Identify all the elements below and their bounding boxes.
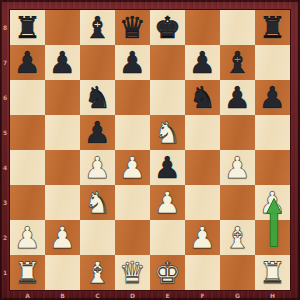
file-label-g: G (220, 290, 255, 300)
white-queen[interactable]: ♛ (115, 255, 150, 290)
rank-label-8: 8 (0, 10, 10, 45)
square-g5[interactable] (220, 115, 255, 150)
square-e2[interactable] (150, 220, 185, 255)
rank-label-1: 1 (0, 255, 10, 290)
black-rook[interactable]: ♜ (10, 10, 45, 45)
square-e5[interactable]: ♞ (150, 115, 185, 150)
white-knight[interactable]: ♞ (80, 185, 115, 220)
square-h4[interactable] (255, 150, 290, 185)
square-f6[interactable]: ♞ (185, 80, 220, 115)
square-e4[interactable]: ♟ (150, 150, 185, 185)
square-d3[interactable] (115, 185, 150, 220)
square-a2[interactable]: ♟ (10, 220, 45, 255)
black-bishop[interactable]: ♝ (80, 10, 115, 45)
black-pawn[interactable]: ♟ (80, 115, 115, 150)
square-b7[interactable]: ♟ (45, 45, 80, 80)
square-d5[interactable] (115, 115, 150, 150)
square-e1[interactable]: ♚ (150, 255, 185, 290)
white-pawn[interactable]: ♟ (255, 185, 290, 220)
square-a1[interactable]: ♜ (10, 255, 45, 290)
square-a4[interactable] (10, 150, 45, 185)
chess-board: ♜♝♛♚♜♟♟♟♟♝♞♞♟♟♟♞♟♟♟♟♞♟♟♟♟♟♝♜♝♛♚♜ (10, 10, 290, 290)
square-a3[interactable] (10, 185, 45, 220)
square-a8[interactable]: ♜ (10, 10, 45, 45)
black-king[interactable]: ♚ (150, 10, 185, 45)
square-a7[interactable]: ♟ (10, 45, 45, 80)
white-pawn[interactable]: ♟ (185, 220, 220, 255)
square-h8[interactable]: ♜ (255, 10, 290, 45)
square-b2[interactable]: ♟ (45, 220, 80, 255)
square-c2[interactable] (80, 220, 115, 255)
black-knight[interactable]: ♞ (185, 80, 220, 115)
file-label-c: C (80, 290, 115, 300)
black-rook[interactable]: ♜ (255, 10, 290, 45)
square-b4[interactable] (45, 150, 80, 185)
square-f7[interactable]: ♟ (185, 45, 220, 80)
square-b3[interactable] (45, 185, 80, 220)
square-c8[interactable]: ♝ (80, 10, 115, 45)
white-pawn[interactable]: ♟ (115, 150, 150, 185)
square-h5[interactable] (255, 115, 290, 150)
square-c5[interactable]: ♟ (80, 115, 115, 150)
square-c6[interactable]: ♞ (80, 80, 115, 115)
black-pawn[interactable]: ♟ (150, 150, 185, 185)
black-pawn[interactable]: ♟ (115, 45, 150, 80)
rank-label-6: 6 (0, 80, 10, 115)
rank-label-3: 3 (0, 185, 10, 220)
white-rook[interactable]: ♜ (10, 255, 45, 290)
white-pawn[interactable]: ♟ (80, 150, 115, 185)
black-queen[interactable]: ♛ (115, 10, 150, 45)
square-f1[interactable] (185, 255, 220, 290)
square-f4[interactable] (185, 150, 220, 185)
square-c7[interactable] (80, 45, 115, 80)
square-g2[interactable]: ♝ (220, 220, 255, 255)
white-knight[interactable]: ♞ (150, 115, 185, 150)
square-g6[interactable]: ♟ (220, 80, 255, 115)
file-label-h: H (255, 290, 290, 300)
square-f5[interactable] (185, 115, 220, 150)
white-bishop[interactable]: ♝ (80, 255, 115, 290)
white-pawn[interactable]: ♟ (150, 185, 185, 220)
file-label-e: E (150, 290, 185, 300)
square-e3[interactable]: ♟ (150, 185, 185, 220)
black-pawn[interactable]: ♟ (10, 45, 45, 80)
square-f3[interactable] (185, 185, 220, 220)
white-bishop[interactable]: ♝ (220, 220, 255, 255)
black-pawn[interactable]: ♟ (45, 45, 80, 80)
square-g8[interactable] (220, 10, 255, 45)
square-b8[interactable] (45, 10, 80, 45)
square-h1[interactable]: ♜ (255, 255, 290, 290)
file-label-d: D (115, 290, 150, 300)
square-h2[interactable] (255, 220, 290, 255)
rank-label-5: 5 (0, 115, 10, 150)
square-b5[interactable] (45, 115, 80, 150)
square-e8[interactable]: ♚ (150, 10, 185, 45)
square-b6[interactable] (45, 80, 80, 115)
chess-diagram: ♜♝♛♚♜♟♟♟♟♝♞♞♟♟♟♞♟♟♟♟♞♟♟♟♟♟♝♜♝♛♚♜ 8765432… (0, 0, 300, 300)
square-g7[interactable]: ♝ (220, 45, 255, 80)
white-pawn[interactable]: ♟ (45, 220, 80, 255)
black-pawn[interactable]: ♟ (220, 80, 255, 115)
rank-label-7: 7 (0, 45, 10, 80)
file-label-b: B (45, 290, 80, 300)
white-rook[interactable]: ♜ (255, 255, 290, 290)
square-a6[interactable] (10, 80, 45, 115)
square-h7[interactable] (255, 45, 290, 80)
square-f2[interactable]: ♟ (185, 220, 220, 255)
square-d8[interactable]: ♛ (115, 10, 150, 45)
square-h3[interactable]: ♟ (255, 185, 290, 220)
square-g4[interactable]: ♟ (220, 150, 255, 185)
black-pawn[interactable]: ♟ (185, 45, 220, 80)
square-d1[interactable]: ♛ (115, 255, 150, 290)
square-f8[interactable] (185, 10, 220, 45)
square-g3[interactable] (220, 185, 255, 220)
square-a5[interactable] (10, 115, 45, 150)
square-c1[interactable]: ♝ (80, 255, 115, 290)
square-g1[interactable] (220, 255, 255, 290)
square-b1[interactable] (45, 255, 80, 290)
file-label-f: F (185, 290, 220, 300)
black-bishop[interactable]: ♝ (220, 45, 255, 80)
white-king[interactable]: ♚ (150, 255, 185, 290)
square-d4[interactable]: ♟ (115, 150, 150, 185)
square-c3[interactable]: ♞ (80, 185, 115, 220)
white-pawn[interactable]: ♟ (10, 220, 45, 255)
square-e6[interactable] (150, 80, 185, 115)
square-c4[interactable]: ♟ (80, 150, 115, 185)
black-knight[interactable]: ♞ (80, 80, 115, 115)
black-pawn[interactable]: ♟ (255, 80, 290, 115)
file-label-a: A (10, 290, 45, 300)
rank-label-4: 4 (0, 150, 10, 185)
square-e7[interactable] (150, 45, 185, 80)
square-d6[interactable] (115, 80, 150, 115)
rank-label-2: 2 (0, 220, 10, 255)
white-pawn[interactable]: ♟ (220, 150, 255, 185)
square-h6[interactable]: ♟ (255, 80, 290, 115)
square-d2[interactable] (115, 220, 150, 255)
square-d7[interactable]: ♟ (115, 45, 150, 80)
